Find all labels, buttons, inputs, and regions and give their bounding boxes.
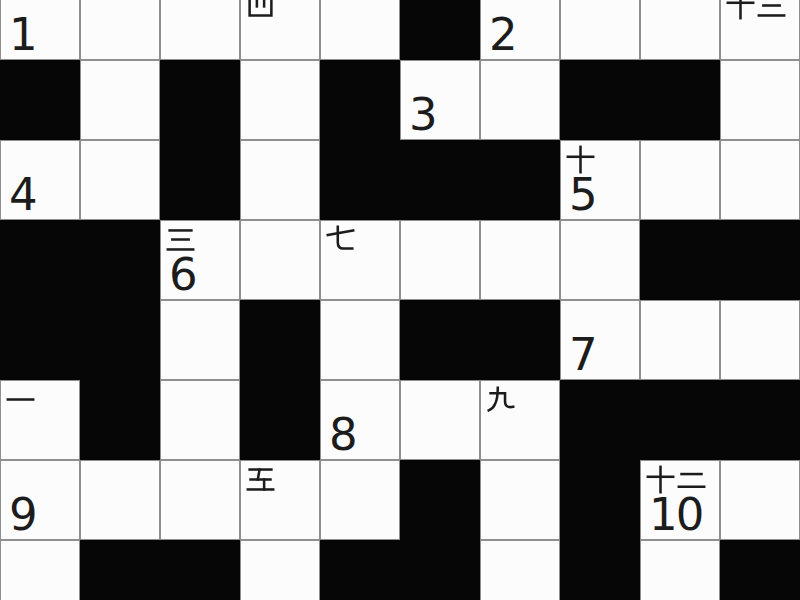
cell-r0c8[interactable] <box>640 0 720 60</box>
block-cell-r7c1 <box>80 540 160 600</box>
block-cell-r5c1 <box>80 380 160 460</box>
block-cell-r3c1 <box>80 220 160 300</box>
block-cell-r4c0 <box>0 300 80 380</box>
cell-r4c8[interactable] <box>640 300 720 380</box>
cell-r6c8[interactable]: 10 <box>640 460 720 540</box>
clue-number-label: 1 <box>9 12 36 58</box>
cell-r2c1[interactable] <box>80 140 160 220</box>
cell-r1c3[interactable] <box>240 60 320 140</box>
kanji-nana-icon <box>326 225 355 254</box>
cell-r3c4[interactable] <box>320 220 400 300</box>
block-cell-r2c5 <box>400 140 480 220</box>
cell-r2c3[interactable] <box>240 140 320 220</box>
cell-r4c4[interactable] <box>320 300 400 380</box>
cell-r0c7[interactable] <box>560 0 640 60</box>
block-cell-r2c2 <box>160 140 240 220</box>
cell-r3c7[interactable] <box>560 220 640 300</box>
block-cell-r5c7 <box>560 380 640 460</box>
clue-kanji-label <box>6 385 35 414</box>
block-cell-r4c6 <box>480 300 560 380</box>
cell-r1c5[interactable]: 3 <box>400 60 480 140</box>
block-cell-r5c3 <box>240 380 320 460</box>
kanji-kyuu-icon <box>486 385 515 414</box>
cell-r3c2[interactable]: 6 <box>160 220 240 300</box>
cell-r0c1[interactable] <box>80 0 160 60</box>
cell-r1c1[interactable] <box>80 60 160 140</box>
clue-number-label: 6 <box>169 252 196 298</box>
kanji-go-icon <box>246 465 275 494</box>
clue-kanji-label <box>486 385 515 414</box>
cell-r6c2[interactable] <box>160 460 240 540</box>
cell-r6c0[interactable]: 9 <box>0 460 80 540</box>
cell-r3c3[interactable] <box>240 220 320 300</box>
cell-r2c9[interactable] <box>720 140 800 220</box>
block-cell-r2c6 <box>480 140 560 220</box>
clue-number-label: 3 <box>409 92 436 138</box>
block-cell-r4c5 <box>400 300 480 380</box>
clue-number-label: 5 <box>569 172 596 218</box>
cell-r2c0[interactable]: 4 <box>0 140 80 220</box>
cell-r1c9[interactable] <box>720 60 800 140</box>
cell-r1c6[interactable] <box>480 60 560 140</box>
block-cell-r3c0 <box>0 220 80 300</box>
cell-r5c4[interactable]: 8 <box>320 380 400 460</box>
kanji-ichi-icon <box>6 385 35 414</box>
block-cell-r1c2 <box>160 60 240 140</box>
block-cell-r0c5 <box>400 0 480 60</box>
block-cell-r5c9 <box>720 380 800 460</box>
cell-r5c5[interactable] <box>400 380 480 460</box>
cell-r6c4[interactable] <box>320 460 400 540</box>
cell-r6c3[interactable] <box>240 460 320 540</box>
cell-r5c0[interactable] <box>0 380 80 460</box>
block-cell-r7c5 <box>400 540 480 600</box>
cell-r4c2[interactable] <box>160 300 240 380</box>
cell-r4c9[interactable] <box>720 300 800 380</box>
cell-r7c0[interactable] <box>0 540 80 600</box>
cell-r7c6[interactable] <box>480 540 560 600</box>
clue-number-label: 8 <box>329 412 356 458</box>
block-cell-r1c7 <box>560 60 640 140</box>
block-cell-r2c4 <box>320 140 400 220</box>
cell-r7c3[interactable] <box>240 540 320 600</box>
cell-r6c1[interactable] <box>80 460 160 540</box>
cell-r0c4[interactable] <box>320 0 400 60</box>
block-cell-r7c2 <box>160 540 240 600</box>
cell-r7c8[interactable] <box>640 540 720 600</box>
cell-r4c7[interactable]: 7 <box>560 300 640 380</box>
cell-r0c6[interactable]: 2 <box>480 0 560 60</box>
block-cell-r3c9 <box>720 220 800 300</box>
cell-r0c3[interactable] <box>240 0 320 60</box>
clue-kanji-label <box>326 225 355 254</box>
clue-number-label: 4 <box>9 172 36 218</box>
clue-kanji-label <box>726 0 786 20</box>
block-cell-r4c3 <box>240 300 320 380</box>
cell-r5c6[interactable] <box>480 380 560 460</box>
block-cell-r1c0 <box>0 60 80 140</box>
crossword-screenshot: 12345678910 <box>0 0 800 600</box>
cell-r6c9[interactable] <box>720 460 800 540</box>
clue-number-label: 10 <box>649 492 702 538</box>
clue-kanji-label <box>246 0 275 20</box>
kanji-san-icon <box>757 0 786 20</box>
block-cell-r7c4 <box>320 540 400 600</box>
crossword-board: 12345678910 <box>0 0 800 600</box>
block-cell-r4c1 <box>80 300 160 380</box>
block-cell-r5c8 <box>640 380 720 460</box>
cell-r6c6[interactable] <box>480 460 560 540</box>
block-cell-r6c5 <box>400 460 480 540</box>
clue-kanji-label <box>246 465 275 494</box>
cell-r0c9[interactable] <box>720 0 800 60</box>
block-cell-r1c4 <box>320 60 400 140</box>
cell-r0c2[interactable] <box>160 0 240 60</box>
block-cell-r7c7 <box>560 540 640 600</box>
cell-r5c2[interactable] <box>160 380 240 460</box>
block-cell-r3c8 <box>640 220 720 300</box>
block-cell-r6c7 <box>560 460 640 540</box>
cell-r3c6[interactable] <box>480 220 560 300</box>
cell-r2c7[interactable]: 5 <box>560 140 640 220</box>
clue-number-label: 7 <box>569 332 596 378</box>
kanji-juu-icon <box>726 0 755 20</box>
clue-number-label: 2 <box>489 12 516 58</box>
block-cell-r7c9 <box>720 540 800 600</box>
cell-r3c5[interactable] <box>400 220 480 300</box>
cell-r0c0[interactable]: 1 <box>0 0 80 60</box>
clue-number-label: 9 <box>9 492 36 538</box>
kanji-yon-icon <box>246 0 275 20</box>
block-cell-r1c8 <box>640 60 720 140</box>
cell-r2c8[interactable] <box>640 140 720 220</box>
